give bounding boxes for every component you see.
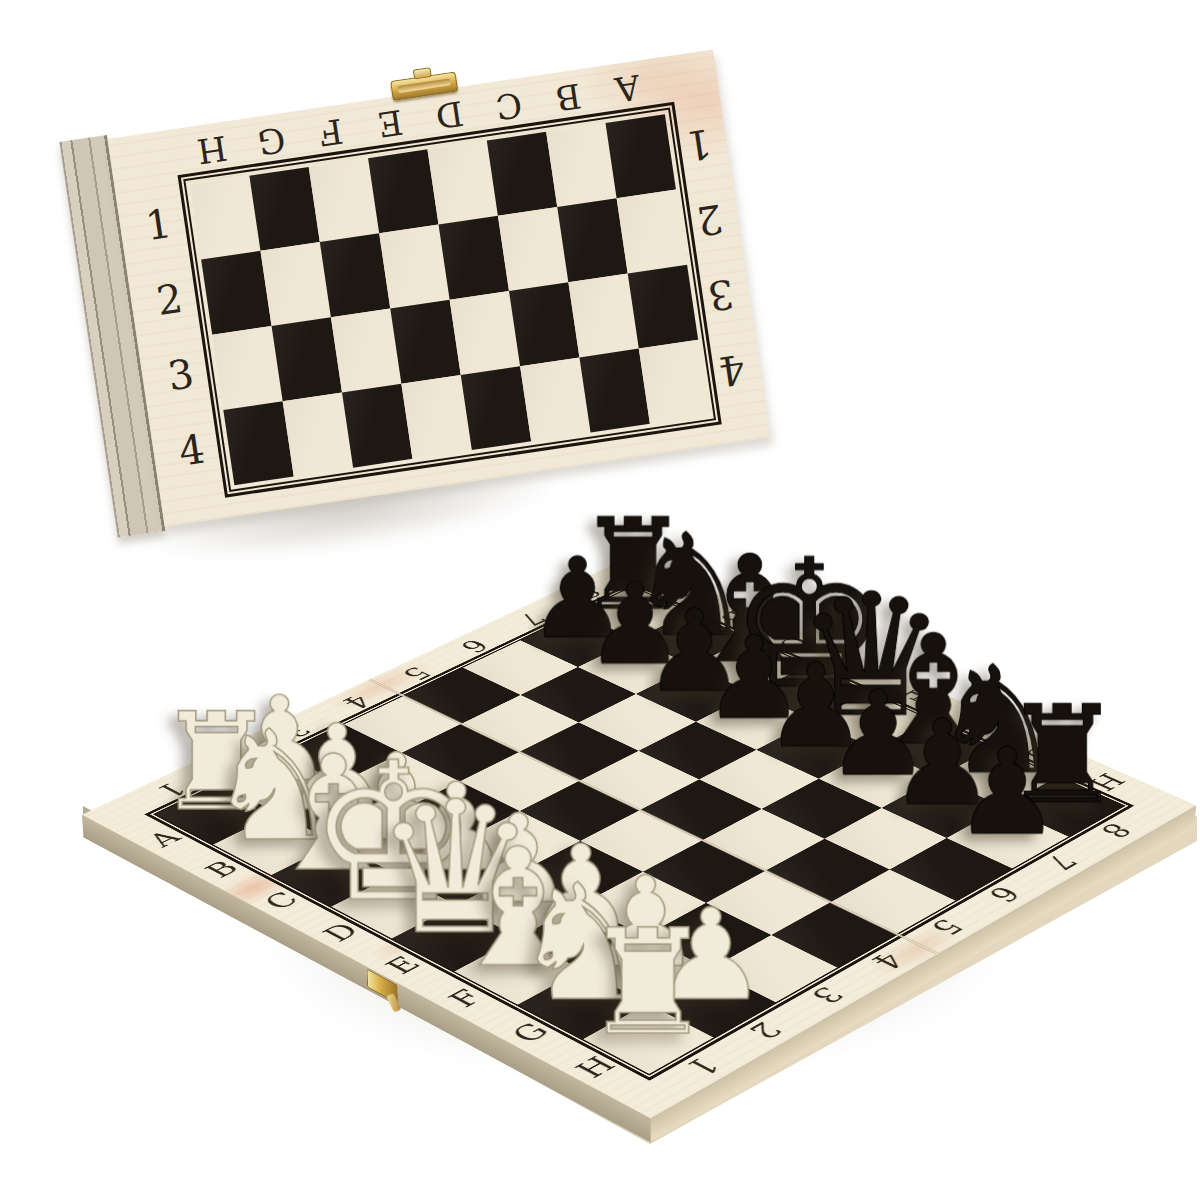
square-g6[interactable] xyxy=(824,808,946,870)
box-cell xyxy=(628,265,698,349)
box-rank-number: 2 xyxy=(694,198,725,241)
box-cell xyxy=(190,176,260,260)
file-label-near: E xyxy=(380,953,426,977)
box-cell xyxy=(320,233,390,317)
box-cell xyxy=(260,242,330,326)
rank-label-right: 7 xyxy=(1039,851,1082,872)
rank-label-right: 6 xyxy=(982,883,1026,905)
box-rank-number: 3 xyxy=(165,353,196,396)
box-cell xyxy=(212,326,282,410)
box-file-letter: A xyxy=(613,70,642,107)
open-board: AABBCCDDEEFFGGHH1122334455667788 ♜♞♟♝♟♚♟… xyxy=(82,556,1196,1118)
box-cell xyxy=(309,158,379,242)
rank-label-right: 2 xyxy=(743,1018,788,1042)
box-rank-number: 1 xyxy=(683,123,714,166)
file-label-near: D xyxy=(318,920,366,945)
box-cell xyxy=(606,114,676,198)
box-rank-number: 2 xyxy=(154,278,185,321)
box-cell xyxy=(546,123,616,207)
rank-label-left: 6 xyxy=(455,637,494,655)
box-file-letter: C xyxy=(494,87,525,124)
rank-label-right: 1 xyxy=(679,1054,725,1079)
box-cell xyxy=(368,149,438,233)
box-cell xyxy=(617,189,687,273)
box-rank-number: 1 xyxy=(143,203,174,246)
box-file-letter: D xyxy=(434,96,466,134)
box-cell xyxy=(487,132,557,216)
box-file-letter: H xyxy=(195,131,229,169)
file-label-near: G xyxy=(506,1019,555,1046)
file-label-near: H xyxy=(570,1053,622,1081)
box-rank-number: 4 xyxy=(176,428,207,471)
box-file-letter: E xyxy=(375,105,405,142)
box-cell xyxy=(568,273,638,357)
box-cell xyxy=(439,216,509,300)
rank-label-right: 8 xyxy=(1095,820,1138,841)
box-cell xyxy=(201,251,271,335)
box-rank-number: 4 xyxy=(716,349,747,392)
box-cell xyxy=(498,207,568,291)
box-cell xyxy=(331,308,401,392)
box-cell xyxy=(557,198,627,282)
box-file-letter: F xyxy=(317,114,345,151)
box-cell xyxy=(379,225,449,309)
product-photo: HGFEDCBA12341234 AABBCCDDEEFFGGHH1122334… xyxy=(0,0,1200,1200)
file-label-near: F xyxy=(443,986,489,1010)
rank-label-right: 5 xyxy=(924,916,968,938)
open-board-scene: AABBCCDDEEFFGGHH1122334455667788 ♜♞♟♝♟♚♟… xyxy=(246,416,1034,1200)
square-g5[interactable] xyxy=(766,839,889,902)
box-cell xyxy=(249,167,319,251)
rank-label-left: 5 xyxy=(396,664,436,683)
file-label-near: B xyxy=(200,858,245,881)
piece-black-pawn-h7[interactable]: ♟ xyxy=(954,732,1061,851)
rank-label-right: 4 xyxy=(865,949,909,972)
box-cell xyxy=(427,141,497,225)
box-file-letter: B xyxy=(553,79,583,116)
box-cell xyxy=(272,317,342,401)
square-h6[interactable] xyxy=(889,838,1012,901)
square-f5[interactable] xyxy=(702,809,824,871)
square-h5[interactable] xyxy=(830,870,955,934)
box-file-letter: G xyxy=(256,122,288,160)
square-h4[interactable] xyxy=(771,902,897,968)
piece-white-rook-h1[interactable]: ♜ xyxy=(583,910,714,1056)
file-label-near: C xyxy=(258,889,304,913)
box-cell xyxy=(509,282,579,366)
rank-label-right: 3 xyxy=(805,983,850,1006)
box-cell xyxy=(390,300,460,384)
box-cell xyxy=(450,291,520,375)
box-cell xyxy=(639,340,709,424)
box-rank-number: 3 xyxy=(705,273,736,316)
file-label-near: A xyxy=(142,828,186,850)
